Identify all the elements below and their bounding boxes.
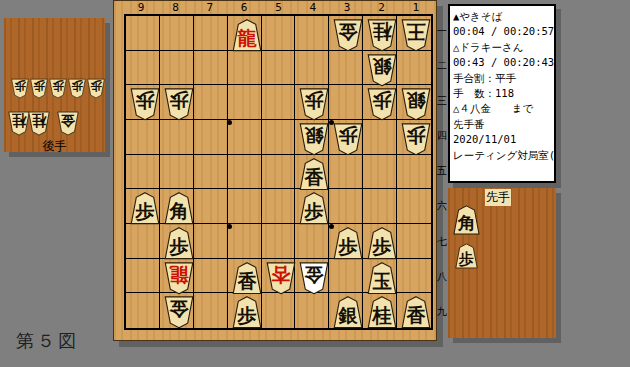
cell-6-3[interactable] <box>228 85 262 120</box>
svg-text:桂: 桂 <box>11 113 27 129</box>
hand-piece-gote-fu-4[interactable]: 歩 <box>68 76 86 101</box>
svg-text:歩: 歩 <box>134 201 154 224</box>
svg-text:玉: 玉 <box>373 270 392 293</box>
svg-text:桂: 桂 <box>373 20 393 43</box>
svg-text:角: 角 <box>457 213 476 233</box>
cell-2-4[interactable] <box>363 120 397 155</box>
piece-kin-89[interactable]: 金 <box>164 296 194 329</box>
cell-5-4[interactable] <box>262 120 296 155</box>
cell-4-1[interactable] <box>295 16 329 51</box>
cell-7-3[interactable] <box>194 85 228 120</box>
file-label-2: 2 <box>364 1 398 14</box>
board-grid[interactable]: 龍金桂王銀歩歩歩歩銀銀歩歩香歩角歩歩歩歩龍香杏金玉金歩銀桂香 <box>124 14 433 330</box>
shogi-board[interactable]: 987654321 龍金桂王銀歩歩歩歩銀銀歩歩香歩角歩歩歩歩龍香杏金玉金歩銀桂香 <box>113 0 437 341</box>
cell-3-5[interactable] <box>329 155 363 190</box>
cell-3-6[interactable] <box>329 189 363 224</box>
cell-1-5[interactable] <box>397 155 431 190</box>
piece-fu-43[interactable]: 歩 <box>299 88 329 121</box>
svg-text:歩: 歩 <box>169 89 189 112</box>
svg-text:歩: 歩 <box>339 124 359 147</box>
svg-text:金: 金 <box>304 263 325 286</box>
piece-kyo-68[interactable]: 香 <box>232 262 262 295</box>
cell-6-6[interactable] <box>228 189 262 224</box>
piece-fu-23[interactable]: 歩 <box>367 88 397 121</box>
piece-narikyo-58[interactable]: 杏 <box>266 262 296 295</box>
sente-hand-tray[interactable]: 先手 角歩 <box>448 188 556 338</box>
file-label-8: 8 <box>158 1 192 14</box>
hand-piece-gote-kei-2[interactable]: 桂 <box>28 110 50 137</box>
piece-ryu-61[interactable]: 龍 <box>232 19 262 52</box>
info-line-6: 手 数：118 <box>453 86 553 101</box>
cell-8-5[interactable] <box>160 155 194 190</box>
info-panel: ▲やきそば00:04 / 00:20:57△ドラキーさん00:43 / 00:2… <box>448 4 556 183</box>
cell-1-8[interactable] <box>397 259 431 294</box>
svg-text:歩: 歩 <box>458 250 474 268</box>
cell-8-4[interactable] <box>160 120 194 155</box>
piece-fu-83[interactable]: 歩 <box>164 88 194 121</box>
diagram-caption: 第５図 <box>16 329 79 353</box>
gote-hand-label: 後手 <box>43 138 67 155</box>
cell-6-4[interactable] <box>228 120 262 155</box>
cell-1-6[interactable] <box>397 189 431 224</box>
info-line-8: 先手番 <box>453 117 553 132</box>
hand-piece-gote-fu-3[interactable]: 歩 <box>49 76 67 101</box>
info-line-9: 2020/11/01 <box>453 132 553 147</box>
svg-text:桂: 桂 <box>31 113 47 129</box>
svg-text:歩: 歩 <box>90 79 103 93</box>
svg-text:香: 香 <box>406 305 427 328</box>
file-labels: 987654321 <box>124 1 433 14</box>
hand-piece-gote-fu-5[interactable]: 歩 <box>87 76 105 101</box>
svg-text:香: 香 <box>304 166 325 189</box>
piece-gyoku-28[interactable]: 玉 <box>367 262 397 295</box>
cell-8-1[interactable] <box>160 16 194 51</box>
svg-text:銀: 銀 <box>372 55 393 78</box>
hand-piece-gote-fu-1[interactable]: 歩 <box>11 76 29 101</box>
cell-6-2[interactable] <box>228 51 262 86</box>
cell-7-7[interactable] <box>194 224 228 259</box>
svg-text:歩: 歩 <box>33 79 46 93</box>
svg-text:歩: 歩 <box>71 79 84 93</box>
piece-kyo-45[interactable]: 香 <box>299 158 329 191</box>
info-line-4: 00:43 / 00:20:43 <box>453 55 553 70</box>
svg-text:歩: 歩 <box>338 235 358 258</box>
piece-gin-44[interactable]: 銀 <box>299 123 329 156</box>
file-label-3: 3 <box>330 1 364 14</box>
cell-5-3[interactable] <box>262 85 296 120</box>
svg-text:歩: 歩 <box>168 235 188 258</box>
cell-3-2[interactable] <box>329 51 363 86</box>
cell-9-5[interactable] <box>126 155 160 190</box>
info-line-7: △４八金 まで <box>453 101 553 116</box>
svg-text:銀: 銀 <box>304 124 325 147</box>
cell-7-1[interactable] <box>194 16 228 51</box>
svg-text:龍: 龍 <box>168 263 189 286</box>
cell-4-2[interactable] <box>295 51 329 86</box>
piece-fu-69[interactable]: 歩 <box>232 296 262 329</box>
info-line-5: 手合割：平手 <box>453 71 553 86</box>
file-label-5: 5 <box>261 1 295 14</box>
cell-6-7[interactable] <box>228 224 262 259</box>
piece-fu-87[interactable]: 歩 <box>164 227 194 260</box>
piece-fu-46[interactable]: 歩 <box>299 192 329 225</box>
cell-5-7[interactable] <box>262 224 296 259</box>
file-label-1: 1 <box>399 1 433 14</box>
svg-text:杏: 杏 <box>271 263 291 286</box>
hand-piece-gote-kin-3[interactable]: 金 <box>57 110 79 137</box>
piece-kei-21[interactable]: 桂 <box>367 19 397 52</box>
gote-hand-tray[interactable]: 後手 歩歩歩歩歩桂桂金 <box>4 18 105 152</box>
cell-5-1[interactable] <box>262 16 296 51</box>
svg-text:歩: 歩 <box>373 89 393 112</box>
cell-9-2[interactable] <box>126 51 160 86</box>
cell-9-7[interactable] <box>126 224 160 259</box>
cell-4-9[interactable] <box>295 293 329 328</box>
svg-text:金: 金 <box>338 20 359 43</box>
cell-1-7[interactable] <box>397 224 431 259</box>
svg-text:桂: 桂 <box>372 305 392 328</box>
cell-3-3[interactable] <box>329 85 363 120</box>
piece-kyo-19[interactable]: 香 <box>401 296 431 329</box>
hoshi-dot <box>227 120 232 125</box>
svg-text:角: 角 <box>168 201 188 224</box>
cell-9-1[interactable] <box>126 16 160 51</box>
svg-text:銀: 銀 <box>338 305 359 328</box>
cell-9-4[interactable] <box>126 120 160 155</box>
piece-kaku-86[interactable]: 角 <box>164 192 194 225</box>
cell-3-8[interactable] <box>329 259 363 294</box>
hand-piece-gote-kei-1[interactable]: 桂 <box>8 110 30 137</box>
svg-text:歩: 歩 <box>407 124 427 147</box>
piece-gin-22[interactable]: 銀 <box>367 54 397 87</box>
svg-text:王: 王 <box>407 20 427 43</box>
info-line-10: レーティング対局室( <box>453 148 553 163</box>
piece-fu-93[interactable]: 歩 <box>130 88 160 121</box>
svg-text:銀: 銀 <box>406 89 427 112</box>
cell-5-9[interactable] <box>262 293 296 328</box>
svg-text:歩: 歩 <box>236 305 256 328</box>
piece-kin-31[interactable]: 金 <box>333 19 363 52</box>
cell-6-5[interactable] <box>228 155 262 190</box>
cell-7-8[interactable] <box>194 259 228 294</box>
cell-2-5[interactable] <box>363 155 397 190</box>
piece-fu-37[interactable]: 歩 <box>333 227 363 260</box>
piece-kin-48[interactable]: 金 <box>299 262 329 295</box>
info-line-1: ▲やきそば <box>453 9 553 24</box>
svg-text:金: 金 <box>60 113 76 129</box>
piece-fu-27[interactable]: 歩 <box>367 227 397 260</box>
cell-7-6[interactable] <box>194 189 228 224</box>
piece-kei-29[interactable]: 桂 <box>367 296 397 329</box>
info-line-2: 00:04 / 00:20:57 <box>453 24 553 39</box>
cell-9-8[interactable] <box>126 259 160 294</box>
cell-9-9[interactable] <box>126 293 160 328</box>
svg-text:歩: 歩 <box>14 79 27 93</box>
cell-7-9[interactable] <box>194 293 228 328</box>
hand-piece-sente-kaku[interactable]: 角 <box>453 205 480 235</box>
svg-text:龍: 龍 <box>236 27 257 50</box>
svg-text:歩: 歩 <box>305 89 325 112</box>
svg-text:歩: 歩 <box>372 235 392 258</box>
svg-text:歩: 歩 <box>52 79 65 93</box>
hand-piece-sente-fu[interactable]: 歩 <box>455 243 478 269</box>
cell-1-2[interactable] <box>397 51 431 86</box>
piece-gin-13[interactable]: 銀 <box>401 88 431 121</box>
sente-hand-label: 先手 <box>485 189 511 206</box>
svg-text:香: 香 <box>236 270 257 293</box>
cell-4-7[interactable] <box>295 224 329 259</box>
cell-5-2[interactable] <box>262 51 296 86</box>
cell-5-6[interactable] <box>262 189 296 224</box>
file-label-9: 9 <box>124 1 158 14</box>
hoshi-dot <box>227 224 232 229</box>
piece-ou-11[interactable]: 王 <box>401 19 431 52</box>
cell-7-4[interactable] <box>194 120 228 155</box>
info-line-3: △ドラキーさん <box>453 40 553 55</box>
svg-text:歩: 歩 <box>135 89 155 112</box>
piece-fu-34[interactable]: 歩 <box>333 123 363 156</box>
svg-text:金: 金 <box>168 297 189 320</box>
piece-fu-96[interactable]: 歩 <box>130 192 160 225</box>
cell-8-2[interactable] <box>160 51 194 86</box>
cell-7-2[interactable] <box>194 51 228 86</box>
file-label-7: 7 <box>193 1 227 14</box>
file-label-4: 4 <box>296 1 330 14</box>
cell-2-6[interactable] <box>363 189 397 224</box>
cell-7-5[interactable] <box>194 155 228 190</box>
hand-piece-gote-fu-2[interactable]: 歩 <box>30 76 48 101</box>
file-label-6: 6 <box>227 1 261 14</box>
svg-text:歩: 歩 <box>304 201 324 224</box>
piece-fu-14[interactable]: 歩 <box>401 123 431 156</box>
piece-ryu-88[interactable]: 龍 <box>164 262 194 295</box>
cell-5-5[interactable] <box>262 155 296 190</box>
piece-gin-39[interactable]: 銀 <box>333 296 363 329</box>
